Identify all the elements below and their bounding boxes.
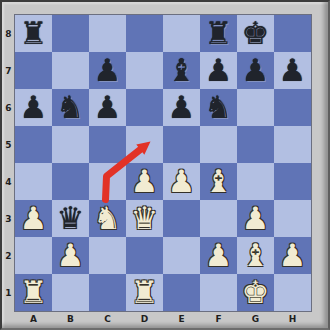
square-f3[interactable] [200, 200, 237, 237]
square-d6[interactable] [126, 89, 163, 126]
square-d8[interactable] [126, 15, 163, 52]
square-d7[interactable] [126, 52, 163, 89]
file-label-h: H [274, 311, 311, 327]
rank-label-8: 8 [2, 15, 15, 52]
square-c2[interactable] [89, 237, 126, 274]
square-a1[interactable]: ♜ [15, 274, 52, 311]
square-g1[interactable]: ♚ [237, 274, 274, 311]
square-f7[interactable]: ♟ [200, 52, 237, 89]
white-bishop[interactable]: ♝ [200, 163, 237, 200]
white-pawn[interactable]: ♟ [15, 200, 52, 237]
square-h3[interactable] [274, 200, 311, 237]
black-pawn[interactable]: ♟ [15, 89, 52, 126]
square-b1[interactable] [52, 274, 89, 311]
square-g7[interactable]: ♟ [237, 52, 274, 89]
square-c5[interactable] [89, 126, 126, 163]
square-d2[interactable] [126, 237, 163, 274]
square-g6[interactable] [237, 89, 274, 126]
rank-label-5: 5 [2, 126, 15, 163]
black-pawn[interactable]: ♟ [200, 52, 237, 89]
square-a5[interactable] [15, 126, 52, 163]
file-label-d: D [126, 311, 163, 327]
square-g3[interactable]: ♟ [237, 200, 274, 237]
square-g4[interactable] [237, 163, 274, 200]
square-b6[interactable]: ♞ [52, 89, 89, 126]
white-king[interactable]: ♚ [237, 274, 274, 311]
black-bishop[interactable]: ♝ [163, 52, 200, 89]
square-b8[interactable] [52, 15, 89, 52]
rank-label-4: 4 [2, 163, 15, 200]
square-c8[interactable] [89, 15, 126, 52]
rank-label-3: 3 [2, 200, 15, 237]
square-a6[interactable]: ♟ [15, 89, 52, 126]
black-pawn[interactable]: ♟ [89, 89, 126, 126]
square-e1[interactable] [163, 274, 200, 311]
white-bishop[interactable]: ♝ [237, 237, 274, 274]
black-pawn[interactable]: ♟ [89, 52, 126, 89]
square-a4[interactable] [15, 163, 52, 200]
square-b4[interactable] [52, 163, 89, 200]
black-queen[interactable]: ♛ [52, 200, 89, 237]
square-c7[interactable]: ♟ [89, 52, 126, 89]
square-h6[interactable] [274, 89, 311, 126]
rank-label-2: 2 [2, 237, 15, 274]
square-e7[interactable]: ♝ [163, 52, 200, 89]
square-h2[interactable]: ♟ [274, 237, 311, 274]
square-f2[interactable]: ♟ [200, 237, 237, 274]
file-label-e: E [163, 311, 200, 327]
white-pawn[interactable]: ♟ [126, 163, 163, 200]
square-d3[interactable]: ♛ [126, 200, 163, 237]
square-d1[interactable]: ♜ [126, 274, 163, 311]
white-pawn[interactable]: ♟ [163, 163, 200, 200]
square-h1[interactable] [274, 274, 311, 311]
square-c3[interactable]: ♞ [89, 200, 126, 237]
white-knight[interactable]: ♞ [89, 200, 126, 237]
square-b5[interactable] [52, 126, 89, 163]
square-e2[interactable] [163, 237, 200, 274]
square-a2[interactable] [15, 237, 52, 274]
chess-board-frame: 87654321 ABCDEFGH ♜♜♚♟♝♟♟♟♟♞♟♟♞♟♟♝♟♛♞♛♟♟… [0, 0, 330, 330]
file-labels: ABCDEFGH [15, 311, 311, 327]
rank-label-6: 6 [2, 89, 15, 126]
square-d5[interactable] [126, 126, 163, 163]
file-label-g: G [237, 311, 274, 327]
square-c6[interactable]: ♟ [89, 89, 126, 126]
square-f5[interactable] [200, 126, 237, 163]
square-e6[interactable]: ♟ [163, 89, 200, 126]
square-g8[interactable]: ♚ [237, 15, 274, 52]
white-pawn[interactable]: ♟ [237, 200, 274, 237]
file-label-f: F [200, 311, 237, 327]
black-pawn[interactable]: ♟ [163, 89, 200, 126]
black-king[interactable]: ♚ [237, 15, 274, 52]
square-h7[interactable]: ♟ [274, 52, 311, 89]
square-f6[interactable]: ♞ [200, 89, 237, 126]
square-b2[interactable]: ♟ [52, 237, 89, 274]
rank-label-1: 1 [2, 274, 15, 311]
file-label-c: C [89, 311, 126, 327]
black-rook[interactable]: ♜ [15, 15, 52, 52]
white-rook[interactable]: ♜ [15, 274, 52, 311]
square-b7[interactable] [52, 52, 89, 89]
square-e5[interactable] [163, 126, 200, 163]
white-pawn[interactable]: ♟ [52, 237, 89, 274]
square-e3[interactable] [163, 200, 200, 237]
square-d4[interactable]: ♟ [126, 163, 163, 200]
square-c1[interactable] [89, 274, 126, 311]
black-pawn[interactable]: ♟ [274, 52, 311, 89]
square-c4[interactable] [89, 163, 126, 200]
square-f4[interactable]: ♝ [200, 163, 237, 200]
white-pawn[interactable]: ♟ [274, 237, 311, 274]
square-g2[interactable]: ♝ [237, 237, 274, 274]
black-pawn[interactable]: ♟ [237, 52, 274, 89]
file-label-b: B [52, 311, 89, 327]
square-g5[interactable] [237, 126, 274, 163]
white-rook[interactable]: ♜ [126, 274, 163, 311]
rank-label-7: 7 [2, 52, 15, 89]
white-pawn[interactable]: ♟ [200, 237, 237, 274]
black-rook[interactable]: ♜ [200, 15, 237, 52]
square-e4[interactable]: ♟ [163, 163, 200, 200]
square-h8[interactable] [274, 15, 311, 52]
black-knight[interactable]: ♞ [52, 89, 89, 126]
rank-labels: 87654321 [2, 15, 15, 311]
square-a7[interactable] [15, 52, 52, 89]
file-label-a: A [15, 311, 52, 327]
square-a8[interactable]: ♜ [15, 15, 52, 52]
square-a3[interactable]: ♟ [15, 200, 52, 237]
square-h4[interactable] [274, 163, 311, 200]
square-h5[interactable] [274, 126, 311, 163]
square-e8[interactable] [163, 15, 200, 52]
chess-board[interactable]: ♜♜♚♟♝♟♟♟♟♞♟♟♞♟♟♝♟♛♞♛♟♟♟♝♟♜♜♚ [15, 15, 311, 311]
square-f1[interactable] [200, 274, 237, 311]
white-queen[interactable]: ♛ [126, 200, 163, 237]
square-f8[interactable]: ♜ [200, 15, 237, 52]
black-knight[interactable]: ♞ [200, 89, 237, 126]
square-b3[interactable]: ♛ [52, 200, 89, 237]
